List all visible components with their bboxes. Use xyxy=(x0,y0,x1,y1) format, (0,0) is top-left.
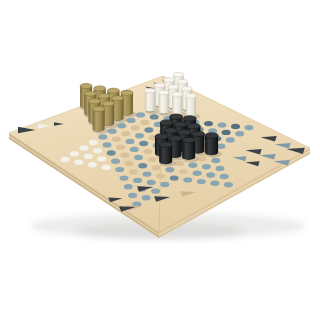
hole-r10-c1 xyxy=(93,148,102,153)
hole-r4-c5 xyxy=(150,114,159,119)
hole-r4-c4 xyxy=(136,112,145,117)
hole-r11-c6 xyxy=(152,165,161,170)
hole-r4-c10 xyxy=(218,122,227,127)
hole-r11-c2 xyxy=(97,156,106,161)
hole-r10-c3 xyxy=(120,153,129,158)
hole-r10-c0 xyxy=(79,145,88,150)
hole-r8-c3 xyxy=(139,141,148,146)
hole-r14-c0 xyxy=(124,184,133,189)
hole-r6-c4 xyxy=(144,127,153,132)
hole-r12-c0 xyxy=(61,157,70,162)
hole-r9-c2 xyxy=(116,145,125,150)
hole-r12-c11 xyxy=(210,181,219,186)
chinese-checkers-scene xyxy=(0,0,320,320)
hole-r15-c0 xyxy=(128,193,137,198)
hole-r5-c10 xyxy=(222,130,231,135)
hole-r12-c9 xyxy=(183,177,192,182)
hole-r11-c10 xyxy=(206,172,215,177)
hole-r6-c10 xyxy=(226,137,235,142)
hole-r11-c3 xyxy=(111,159,120,164)
hole-r5-c11 xyxy=(235,131,244,136)
hole-r11-c11 xyxy=(220,174,229,179)
hole-r11-c0 xyxy=(70,151,79,156)
hole-r10-c9 xyxy=(202,164,211,169)
hole-r4-c12 xyxy=(245,125,254,130)
hole-r9-c4 xyxy=(143,149,152,154)
hole-r11-c1 xyxy=(84,154,93,159)
hole-r12-c8 xyxy=(170,175,179,180)
hole-r10-c8 xyxy=(188,163,197,168)
hole-r8-c0 xyxy=(98,134,107,139)
product-photo xyxy=(0,0,320,320)
hole-r7-c2 xyxy=(121,131,130,136)
hole-r11-c9 xyxy=(193,171,202,176)
hole-r5-c3 xyxy=(127,118,136,123)
hole-r13-c1 xyxy=(133,178,142,183)
hole-r12-c7 xyxy=(156,173,165,178)
hole-r4-c9 xyxy=(204,121,213,126)
hole-r10-c4 xyxy=(134,155,143,160)
hole-r14-c2 xyxy=(151,188,160,193)
hole-r8-c2 xyxy=(126,139,135,144)
hole-r9-c9 xyxy=(211,158,220,163)
hole-r5-c4 xyxy=(140,120,149,125)
hole-r12-c6 xyxy=(143,171,152,176)
hole-r8-c1 xyxy=(112,137,121,142)
hole-r7-c3 xyxy=(135,133,144,138)
hole-r12-c12 xyxy=(224,182,233,187)
hole-r7-c1 xyxy=(108,129,117,134)
hole-r10-c2 xyxy=(107,150,116,155)
hole-r13-c3 xyxy=(160,182,169,187)
hole-r11-c4 xyxy=(125,161,134,166)
hole-r9-c0 xyxy=(89,140,98,145)
hole-r12-c5 xyxy=(129,169,138,174)
hole-r15-c1 xyxy=(142,195,151,200)
hole-r13-c0 xyxy=(120,175,129,180)
hole-r11-c7 xyxy=(165,167,174,172)
hole-r12-c3 xyxy=(102,165,111,170)
hole-r10-c5 xyxy=(148,157,157,162)
hole-r11-c5 xyxy=(138,163,147,168)
hole-r9-c1 xyxy=(103,142,112,147)
hole-r4-c11 xyxy=(231,124,240,129)
hole-r11-c8 xyxy=(179,169,188,174)
hole-r13-c2 xyxy=(147,180,156,185)
hole-r12-c10 xyxy=(197,179,206,184)
hole-r6-c2 xyxy=(117,123,126,128)
hole-r6-c3 xyxy=(131,125,140,130)
hole-r9-c3 xyxy=(130,147,139,152)
hole-r12-c1 xyxy=(74,160,83,165)
hole-r10-c10 xyxy=(216,166,225,171)
hole-r12-c4 xyxy=(115,167,124,172)
hole-r12-c2 xyxy=(88,162,97,167)
